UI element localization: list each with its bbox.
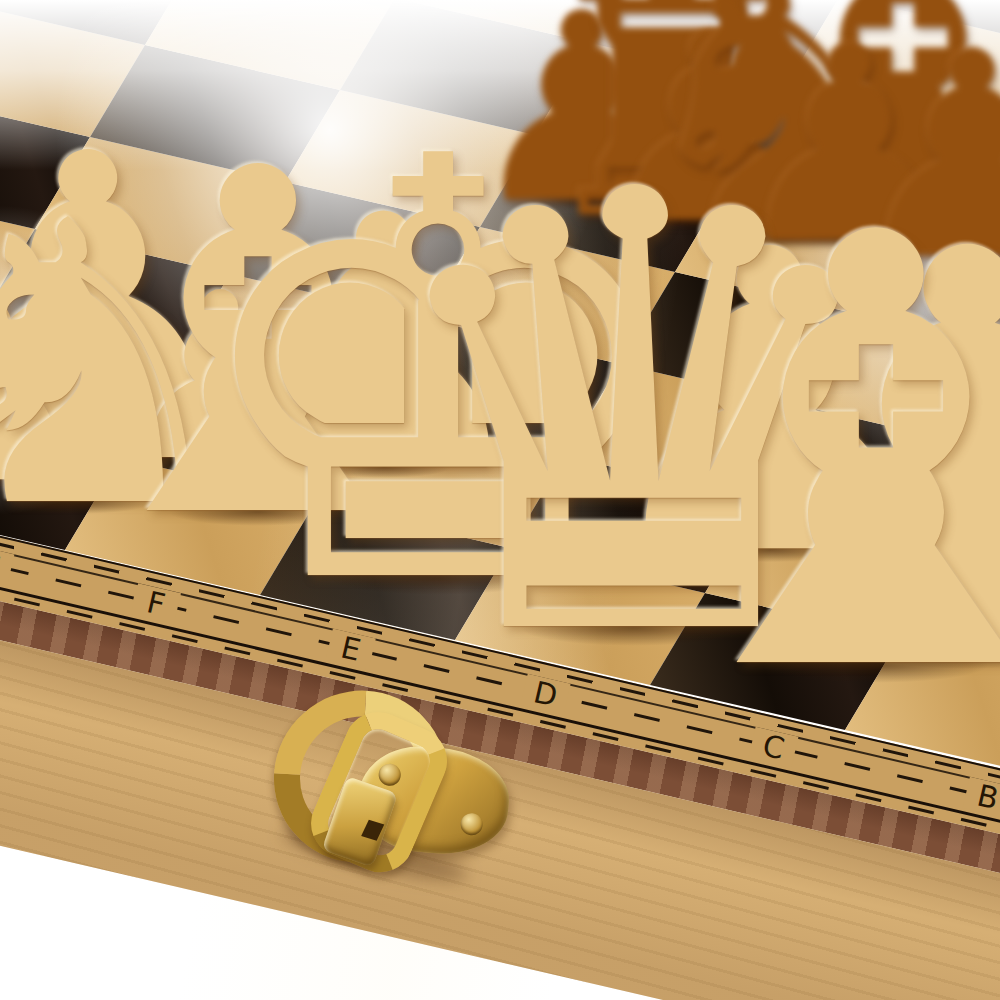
piece-light-bishop[interactable]: ♝ [609,159,1000,754]
clasp-rivet [460,812,484,836]
chess-set-photo: GFEDCB ♟♜♝♟♞♟♟♟♟♟♟♞♝♟♚♛♟♝ [0,0,1000,1000]
bishop-glyph: ♝ [609,159,1000,754]
clasp-notch [361,820,384,841]
